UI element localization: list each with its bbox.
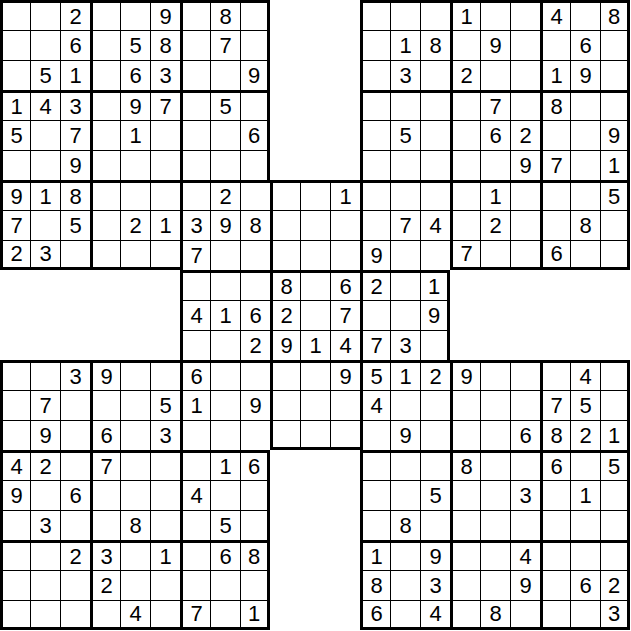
given-cell-r11c13: 3 — [390, 330, 420, 360]
empty-cell-r19c8[interactable] — [240, 570, 270, 600]
empty-cell-r6c14[interactable] — [420, 180, 450, 210]
empty-cell-r1c0[interactable] — [0, 30, 30, 60]
empty-cell-r6c5[interactable] — [150, 180, 180, 210]
given-cell-r4c17: 2 — [510, 120, 540, 150]
given-cell-r15c0: 4 — [0, 450, 30, 480]
empty-cell-r6c4[interactable] — [120, 180, 150, 210]
empty-cell-r5c6[interactable] — [180, 150, 210, 180]
empty-cell-r3c13[interactable] — [390, 90, 420, 120]
empty-cell-r0c4[interactable] — [120, 0, 150, 30]
given-cell-r7c13: 7 — [390, 210, 420, 240]
empty-cell-r7c3[interactable] — [90, 210, 120, 240]
empty-cell-r16c8[interactable] — [240, 480, 270, 510]
empty-cell-r16c20[interactable] — [600, 480, 630, 510]
empty-cell-r6c8[interactable] — [240, 180, 270, 210]
empty-cell-r4c15[interactable] — [450, 120, 480, 150]
void-cell — [330, 510, 360, 540]
empty-cell-r12c17[interactable] — [510, 360, 540, 390]
empty-cell-r12c8[interactable] — [240, 360, 270, 390]
empty-cell-r7c10[interactable] — [300, 210, 330, 240]
given-cell-r14c19: 2 — [570, 420, 600, 450]
empty-cell-r20c13[interactable] — [390, 600, 420, 630]
empty-cell-r2c17[interactable] — [510, 60, 540, 90]
empty-cell-r8c17[interactable] — [510, 240, 540, 270]
empty-cell-r16c13[interactable] — [390, 480, 420, 510]
empty-cell-r8c13[interactable] — [390, 240, 420, 270]
empty-cell-r18c6[interactable] — [180, 540, 210, 570]
given-cell-r19c17: 9 — [510, 570, 540, 600]
empty-cell-r18c15[interactable] — [450, 540, 480, 570]
empty-cell-r19c5[interactable] — [150, 570, 180, 600]
empty-cell-r8c11[interactable] — [330, 240, 360, 270]
empty-cell-r7c20[interactable] — [600, 210, 630, 240]
empty-cell-r10c13[interactable] — [390, 300, 420, 330]
empty-cell-r5c5[interactable] — [150, 150, 180, 180]
given-cell-r14c3: 6 — [90, 420, 120, 450]
empty-cell-r5c1[interactable] — [30, 150, 60, 180]
empty-cell-r8c7[interactable] — [210, 240, 240, 270]
empty-cell-r19c0[interactable] — [0, 570, 30, 600]
empty-cell-r1c1[interactable] — [30, 30, 60, 60]
given-cell-r3c1: 4 — [30, 90, 60, 120]
empty-cell-r17c19[interactable] — [570, 510, 600, 540]
empty-cell-r2c16[interactable] — [480, 60, 510, 90]
empty-cell-r13c16[interactable] — [480, 390, 510, 420]
given-cell-r3c5: 7 — [150, 90, 180, 120]
empty-cell-r4c3[interactable] — [90, 120, 120, 150]
empty-cell-r6c10[interactable] — [300, 180, 330, 210]
empty-cell-r8c10[interactable] — [300, 240, 330, 270]
void-cell — [330, 60, 360, 90]
empty-cell-r15c12[interactable] — [360, 450, 390, 480]
empty-cell-r8c16[interactable] — [480, 240, 510, 270]
empty-cell-r9c8[interactable] — [240, 270, 270, 300]
given-cell-r20c16: 8 — [480, 600, 510, 630]
empty-cell-r12c5[interactable] — [150, 360, 180, 390]
empty-cell-r14c6[interactable] — [180, 420, 210, 450]
void-cell — [270, 120, 300, 150]
empty-cell-r12c16[interactable] — [480, 360, 510, 390]
empty-cell-r0c8[interactable] — [240, 0, 270, 30]
given-cell-r13c18: 7 — [540, 390, 570, 420]
empty-cell-r6c12[interactable] — [360, 180, 390, 210]
given-cell-r12c6: 6 — [180, 360, 210, 390]
empty-cell-r16c18[interactable] — [540, 480, 570, 510]
given-cell-r14c18: 8 — [540, 420, 570, 450]
void-cell — [90, 270, 120, 300]
empty-cell-r17c5[interactable] — [150, 510, 180, 540]
empty-cell-r14c16[interactable] — [480, 420, 510, 450]
empty-cell-r7c18[interactable] — [540, 210, 570, 240]
empty-cell-r16c5[interactable] — [150, 480, 180, 510]
void-cell — [330, 150, 360, 180]
empty-cell-r7c17[interactable] — [510, 210, 540, 240]
empty-cell-r12c1[interactable] — [30, 360, 60, 390]
empty-cell-r3c6[interactable] — [180, 90, 210, 120]
empty-cell-r13c2[interactable] — [60, 390, 90, 420]
void-cell — [0, 270, 30, 300]
empty-cell-r6c6[interactable] — [180, 180, 210, 210]
empty-cell-r19c2[interactable] — [60, 570, 90, 600]
given-cell-r7c0: 7 — [0, 210, 30, 240]
empty-cell-r13c14[interactable] — [420, 390, 450, 420]
empty-cell-r17c12[interactable] — [360, 510, 390, 540]
given-cell-r0c2: 2 — [60, 0, 90, 30]
empty-cell-r16c7[interactable] — [210, 480, 240, 510]
empty-cell-r18c4[interactable] — [120, 540, 150, 570]
empty-cell-r6c17[interactable] — [510, 180, 540, 210]
empty-cell-r6c19[interactable] — [570, 180, 600, 210]
void-cell — [30, 300, 60, 330]
empty-cell-r5c15[interactable] — [450, 150, 480, 180]
given-cell-r11c12: 7 — [360, 330, 390, 360]
given-cell-r13c6: 1 — [180, 390, 210, 420]
empty-cell-r14c12[interactable] — [360, 420, 390, 450]
empty-cell-r2c20[interactable] — [600, 60, 630, 90]
empty-cell-r17c18[interactable] — [540, 510, 570, 540]
empty-cell-r19c18[interactable] — [540, 570, 570, 600]
empty-cell-r1c8[interactable] — [240, 30, 270, 60]
empty-cell-r17c17[interactable] — [510, 510, 540, 540]
empty-cell-r0c0[interactable] — [0, 0, 30, 30]
empty-cell-r20c17[interactable] — [510, 600, 540, 630]
void-cell — [270, 90, 300, 120]
given-cell-r15c18: 6 — [540, 450, 570, 480]
empty-cell-r0c14[interactable] — [420, 0, 450, 30]
empty-cell-r13c17[interactable] — [510, 390, 540, 420]
empty-cell-r6c3[interactable] — [90, 180, 120, 210]
empty-cell-r12c18[interactable] — [540, 360, 570, 390]
empty-cell-r19c15[interactable] — [450, 570, 480, 600]
empty-cell-r14c11[interactable] — [330, 420, 360, 450]
empty-cell-r20c2[interactable] — [60, 600, 90, 630]
empty-cell-r11c6[interactable] — [180, 330, 210, 360]
empty-cell-r18c16[interactable] — [480, 540, 510, 570]
empty-cell-r14c14[interactable] — [420, 420, 450, 450]
empty-cell-r17c20[interactable] — [600, 510, 630, 540]
given-cell-r1c19: 6 — [570, 30, 600, 60]
empty-cell-r12c4[interactable] — [120, 360, 150, 390]
given-cell-r3c4: 9 — [120, 90, 150, 120]
empty-cell-r14c7[interactable] — [210, 420, 240, 450]
void-cell — [540, 330, 570, 360]
empty-cell-r6c13[interactable] — [390, 180, 420, 210]
given-cell-r0c20: 8 — [600, 0, 630, 30]
empty-cell-r14c2[interactable] — [60, 420, 90, 450]
empty-cell-r7c15[interactable] — [450, 210, 480, 240]
empty-cell-r19c13[interactable] — [390, 570, 420, 600]
given-cell-r3c0: 1 — [0, 90, 30, 120]
empty-cell-r4c6[interactable] — [180, 120, 210, 150]
empty-cell-r17c0[interactable] — [0, 510, 30, 540]
void-cell — [270, 30, 300, 60]
empty-cell-r3c19[interactable] — [570, 90, 600, 120]
empty-cell-r19c6[interactable] — [180, 570, 210, 600]
given-cell-r15c15: 8 — [450, 450, 480, 480]
empty-cell-r1c20[interactable] — [600, 30, 630, 60]
given-cell-r6c0: 9 — [0, 180, 30, 210]
given-cell-r15c20: 5 — [600, 450, 630, 480]
empty-cell-r20c15[interactable] — [450, 600, 480, 630]
given-cell-r3c18: 8 — [540, 90, 570, 120]
empty-cell-r3c3[interactable] — [90, 90, 120, 120]
void-cell — [30, 270, 60, 300]
empty-cell-r14c0[interactable] — [0, 420, 30, 450]
given-cell-r16c2: 6 — [60, 480, 90, 510]
empty-cell-r2c3[interactable] — [90, 60, 120, 90]
empty-cell-r11c7[interactable] — [210, 330, 240, 360]
empty-cell-r15c16[interactable] — [480, 450, 510, 480]
empty-cell-r3c8[interactable] — [240, 90, 270, 120]
given-cell-r14c1: 9 — [30, 420, 60, 450]
given-cell-r6c11: 1 — [330, 180, 360, 210]
empty-cell-r7c11[interactable] — [330, 210, 360, 240]
empty-cell-r8c19[interactable] — [570, 240, 600, 270]
empty-cell-r5c8[interactable] — [240, 150, 270, 180]
empty-cell-r1c17[interactable] — [510, 30, 540, 60]
empty-cell-r16c1[interactable] — [30, 480, 60, 510]
empty-cell-r20c19[interactable] — [570, 600, 600, 630]
given-cell-r0c15: 1 — [450, 0, 480, 30]
empty-cell-r9c10[interactable] — [300, 270, 330, 300]
empty-cell-r2c12[interactable] — [360, 60, 390, 90]
given-cell-r6c16: 1 — [480, 180, 510, 210]
empty-cell-r15c13[interactable] — [390, 450, 420, 480]
void-cell — [30, 330, 60, 360]
empty-cell-r4c18[interactable] — [540, 120, 570, 150]
empty-cell-r8c3[interactable] — [90, 240, 120, 270]
empty-cell-r19c4[interactable] — [120, 570, 150, 600]
given-cell-r1c4: 5 — [120, 30, 150, 60]
empty-cell-r16c4[interactable] — [120, 480, 150, 510]
empty-cell-r5c3[interactable] — [90, 150, 120, 180]
empty-cell-r19c7[interactable] — [210, 570, 240, 600]
void-cell — [120, 330, 150, 360]
empty-cell-r8c5[interactable] — [150, 240, 180, 270]
given-cell-r12c2: 3 — [60, 360, 90, 390]
given-cell-r2c15: 2 — [450, 60, 480, 90]
given-cell-r13c12: 4 — [360, 390, 390, 420]
empty-cell-r16c16[interactable] — [480, 480, 510, 510]
empty-cell-r17c8[interactable] — [240, 510, 270, 540]
empty-cell-r18c20[interactable] — [600, 540, 630, 570]
empty-cell-r1c18[interactable] — [540, 30, 570, 60]
empty-cell-r13c15[interactable] — [450, 390, 480, 420]
given-cell-r1c7: 7 — [210, 30, 240, 60]
empty-cell-r14c9[interactable] — [270, 420, 300, 450]
void-cell — [600, 330, 630, 360]
empty-cell-r8c4[interactable] — [120, 240, 150, 270]
empty-cell-r19c1[interactable] — [30, 570, 60, 600]
empty-cell-r20c7[interactable] — [210, 600, 240, 630]
void-cell — [300, 540, 330, 570]
void-cell — [510, 270, 540, 300]
empty-cell-r0c17[interactable] — [510, 0, 540, 30]
empty-cell-r17c16[interactable] — [480, 510, 510, 540]
empty-cell-r14c15[interactable] — [450, 420, 480, 450]
empty-cell-r5c16[interactable] — [480, 150, 510, 180]
empty-cell-r13c4[interactable] — [120, 390, 150, 420]
given-cell-r9c12: 2 — [360, 270, 390, 300]
given-cell-r12c13: 1 — [390, 360, 420, 390]
empty-cell-r16c15[interactable] — [450, 480, 480, 510]
empty-cell-r3c17[interactable] — [510, 90, 540, 120]
given-cell-r15c1: 2 — [30, 450, 60, 480]
empty-cell-r12c7[interactable] — [210, 360, 240, 390]
empty-cell-r20c3[interactable] — [90, 600, 120, 630]
empty-cell-r18c0[interactable] — [0, 540, 30, 570]
empty-cell-r13c10[interactable] — [300, 390, 330, 420]
void-cell — [450, 300, 480, 330]
empty-cell-r14c8[interactable] — [240, 420, 270, 450]
empty-cell-r0c19[interactable] — [570, 0, 600, 30]
given-cell-r15c8: 6 — [240, 450, 270, 480]
empty-cell-r17c2[interactable] — [60, 510, 90, 540]
empty-cell-r4c7[interactable] — [210, 120, 240, 150]
empty-cell-r20c1[interactable] — [30, 600, 60, 630]
samurai-sudoku-board: 2981486587189651639321914397578571656299… — [0, 0, 630, 630]
empty-cell-r8c20[interactable] — [600, 240, 630, 270]
given-cell-r19c20: 2 — [600, 570, 630, 600]
empty-cell-r1c6[interactable] — [180, 30, 210, 60]
empty-cell-r2c6[interactable] — [180, 60, 210, 90]
empty-cell-r3c15[interactable] — [450, 90, 480, 120]
empty-cell-r2c7[interactable] — [210, 60, 240, 90]
empty-cell-r5c4[interactable] — [120, 150, 150, 180]
empty-cell-r9c13[interactable] — [390, 270, 420, 300]
empty-cell-r5c13[interactable] — [390, 150, 420, 180]
empty-cell-r10c12[interactable] — [360, 300, 390, 330]
empty-cell-r6c15[interactable] — [450, 180, 480, 210]
empty-cell-r4c14[interactable] — [420, 120, 450, 150]
empty-cell-r5c19[interactable] — [570, 150, 600, 180]
empty-cell-r10c10[interactable] — [300, 300, 330, 330]
void-cell — [270, 540, 300, 570]
empty-cell-r7c9[interactable] — [270, 210, 300, 240]
empty-cell-r13c11[interactable] — [330, 390, 360, 420]
empty-cell-r14c10[interactable] — [300, 420, 330, 450]
empty-cell-r13c9[interactable] — [270, 390, 300, 420]
void-cell — [300, 0, 330, 30]
empty-cell-r13c7[interactable] — [210, 390, 240, 420]
empty-cell-r18c18[interactable] — [540, 540, 570, 570]
empty-cell-r4c19[interactable] — [570, 120, 600, 150]
empty-cell-r2c14[interactable] — [420, 60, 450, 90]
empty-cell-r5c0[interactable] — [0, 150, 30, 180]
given-cell-r11c8: 2 — [240, 330, 270, 360]
empty-cell-r15c5[interactable] — [150, 450, 180, 480]
empty-cell-r18c1[interactable] — [30, 540, 60, 570]
empty-cell-r5c7[interactable] — [210, 150, 240, 180]
empty-cell-r20c18[interactable] — [540, 600, 570, 630]
given-cell-r18c3: 3 — [90, 540, 120, 570]
empty-cell-r19c16[interactable] — [480, 570, 510, 600]
empty-cell-r8c14[interactable] — [420, 240, 450, 270]
empty-cell-r20c5[interactable] — [150, 600, 180, 630]
empty-cell-r1c12[interactable] — [360, 30, 390, 60]
empty-cell-r13c13[interactable] — [390, 390, 420, 420]
empty-cell-r5c14[interactable] — [420, 150, 450, 180]
empty-cell-r3c20[interactable] — [600, 90, 630, 120]
empty-cell-r13c3[interactable] — [90, 390, 120, 420]
empty-cell-r18c13[interactable] — [390, 540, 420, 570]
empty-cell-r14c4[interactable] — [120, 420, 150, 450]
empty-cell-r12c9[interactable] — [270, 360, 300, 390]
empty-cell-r1c3[interactable] — [90, 30, 120, 60]
void-cell — [570, 300, 600, 330]
empty-cell-r13c20[interactable] — [600, 390, 630, 420]
empty-cell-r15c4[interactable] — [120, 450, 150, 480]
empty-cell-r12c0[interactable] — [0, 360, 30, 390]
empty-cell-r15c2[interactable] — [60, 450, 90, 480]
empty-cell-r8c9[interactable] — [270, 240, 300, 270]
empty-cell-r8c8[interactable] — [240, 240, 270, 270]
empty-cell-r0c1[interactable] — [30, 0, 60, 30]
void-cell — [300, 600, 330, 630]
empty-cell-r0c3[interactable] — [90, 0, 120, 30]
empty-cell-r11c14[interactable] — [420, 330, 450, 360]
empty-cell-r0c16[interactable] — [480, 0, 510, 30]
void-cell — [330, 120, 360, 150]
empty-cell-r2c0[interactable] — [0, 60, 30, 90]
given-cell-r16c17: 3 — [510, 480, 540, 510]
empty-cell-r6c9[interactable] — [270, 180, 300, 210]
given-cell-r12c19: 4 — [570, 360, 600, 390]
empty-cell-r4c12[interactable] — [360, 120, 390, 150]
empty-cell-r17c14[interactable] — [420, 510, 450, 540]
empty-cell-r7c1[interactable] — [30, 210, 60, 240]
empty-cell-r17c6[interactable] — [180, 510, 210, 540]
empty-cell-r18c19[interactable] — [570, 540, 600, 570]
empty-cell-r8c2[interactable] — [60, 240, 90, 270]
given-cell-r2c1: 5 — [30, 60, 60, 90]
empty-cell-r15c6[interactable] — [180, 450, 210, 480]
empty-cell-r7c12[interactable] — [360, 210, 390, 240]
empty-cell-r5c12[interactable] — [360, 150, 390, 180]
empty-cell-r13c0[interactable] — [0, 390, 30, 420]
empty-cell-r20c0[interactable] — [0, 600, 30, 630]
empty-cell-r15c14[interactable] — [420, 450, 450, 480]
empty-cell-r0c13[interactable] — [390, 0, 420, 30]
empty-cell-r3c12[interactable] — [360, 90, 390, 120]
empty-cell-r0c6[interactable] — [180, 0, 210, 30]
given-cell-r10c6: 4 — [180, 300, 210, 330]
empty-cell-r9c7[interactable] — [210, 270, 240, 300]
empty-cell-r15c19[interactable] — [570, 450, 600, 480]
empty-cell-r17c3[interactable] — [90, 510, 120, 540]
given-cell-r1c2: 6 — [60, 30, 90, 60]
given-cell-r20c20: 3 — [600, 600, 630, 630]
empty-cell-r15c17[interactable] — [510, 450, 540, 480]
empty-cell-r16c12[interactable] — [360, 480, 390, 510]
void-cell — [150, 270, 180, 300]
empty-cell-r17c15[interactable] — [450, 510, 480, 540]
empty-cell-r16c3[interactable] — [90, 480, 120, 510]
empty-cell-r1c15[interactable] — [450, 30, 480, 60]
empty-cell-r12c10[interactable] — [300, 360, 330, 390]
empty-cell-r12c20[interactable] — [600, 360, 630, 390]
empty-cell-r6c18[interactable] — [540, 180, 570, 210]
given-cell-r17c7: 5 — [210, 510, 240, 540]
empty-cell-r9c6[interactable] — [180, 270, 210, 300]
empty-cell-r0c12[interactable] — [360, 0, 390, 30]
empty-cell-r4c1[interactable] — [30, 120, 60, 150]
empty-cell-r4c5[interactable] — [150, 120, 180, 150]
given-cell-r7c7: 9 — [210, 210, 240, 240]
given-cell-r2c18: 1 — [540, 60, 570, 90]
void-cell — [330, 600, 360, 630]
empty-cell-r3c14[interactable] — [420, 90, 450, 120]
